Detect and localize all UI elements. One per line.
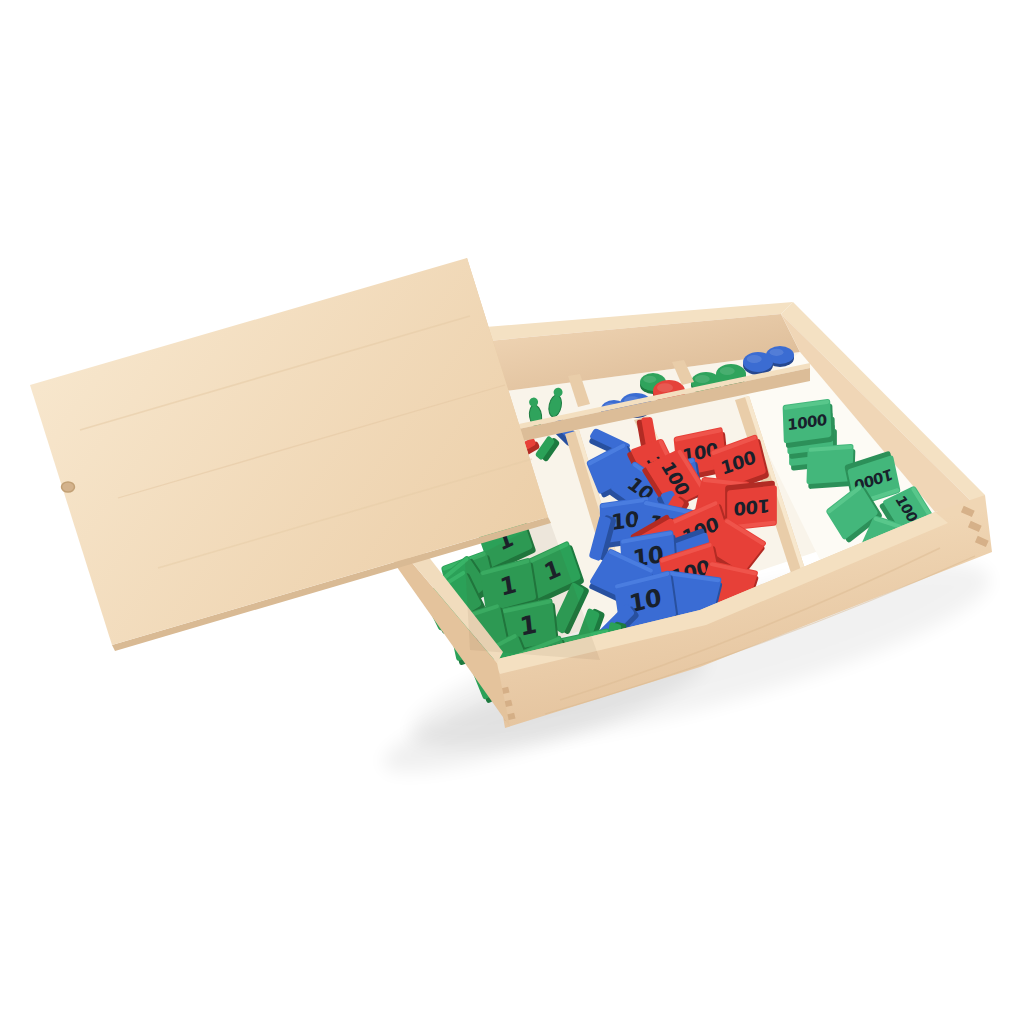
lid-finger-hole bbox=[62, 482, 75, 492]
tile-1000: 1000 bbox=[783, 398, 834, 448]
counter-b bbox=[743, 352, 773, 375]
tile-number: 100 bbox=[734, 495, 770, 520]
product-photo-montessori-stamp-game: 1000111001001010100100010010001010100101… bbox=[0, 0, 1024, 1024]
